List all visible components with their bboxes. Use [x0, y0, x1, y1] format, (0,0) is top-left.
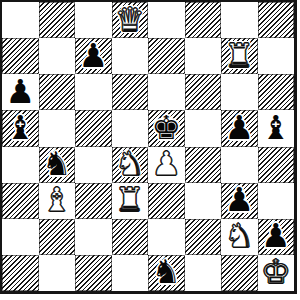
square-f8	[185, 2, 222, 38]
black-pawn-h2: ♟	[261, 219, 291, 252]
black-pawn-c7: ♟	[78, 39, 108, 72]
square-b3: ♝	[39, 183, 76, 219]
square-c6	[75, 74, 112, 110]
square-b4: ♞	[39, 147, 76, 183]
square-b7	[39, 38, 76, 74]
square-e7	[148, 38, 185, 74]
square-g6	[221, 74, 258, 110]
square-c4	[75, 147, 112, 183]
white-king-h1: ♚	[261, 255, 291, 288]
chess-board: ♛♟♜♟♝♚♟♝♞♞♟♝♜♟♞♟♞♚	[0, 0, 297, 294]
square-g2: ♞	[221, 219, 258, 255]
square-b8	[39, 2, 76, 38]
square-g8	[221, 2, 258, 38]
square-c2	[75, 219, 112, 255]
square-a8	[2, 2, 39, 38]
square-a7	[2, 38, 39, 74]
square-b5	[39, 110, 76, 146]
square-a4	[2, 147, 39, 183]
square-d8: ♛	[112, 2, 149, 38]
square-c3	[75, 183, 112, 219]
square-e8	[148, 2, 185, 38]
square-d6	[112, 74, 149, 110]
square-g1	[221, 255, 258, 291]
square-e4: ♟	[148, 147, 185, 183]
square-d7	[112, 38, 149, 74]
white-rook-g7: ♜	[224, 39, 254, 72]
square-f3	[185, 183, 222, 219]
square-c5	[75, 110, 112, 146]
square-e3	[148, 183, 185, 219]
square-h6	[258, 74, 295, 110]
square-d2	[112, 219, 149, 255]
white-pawn-e4: ♟	[151, 147, 181, 180]
square-c7: ♟	[75, 38, 112, 74]
square-a6: ♟	[2, 74, 39, 110]
black-pawn-g5: ♟	[224, 111, 254, 144]
square-h5: ♝	[258, 110, 295, 146]
square-f6	[185, 74, 222, 110]
square-h3	[258, 183, 295, 219]
square-h2: ♟	[258, 219, 295, 255]
square-d5	[112, 110, 149, 146]
white-rook-d3: ♜	[115, 183, 145, 216]
square-h7	[258, 38, 295, 74]
square-f5	[185, 110, 222, 146]
square-b1	[39, 255, 76, 291]
square-g3: ♟	[221, 183, 258, 219]
square-e5: ♚	[148, 110, 185, 146]
square-a1	[2, 255, 39, 291]
white-bishop-b3: ♝	[42, 183, 72, 216]
black-bishop-a5: ♝	[5, 111, 35, 144]
square-f1	[185, 255, 222, 291]
square-e1: ♞	[148, 255, 185, 291]
square-b6	[39, 74, 76, 110]
square-f7	[185, 38, 222, 74]
square-g4	[221, 147, 258, 183]
square-d1	[112, 255, 149, 291]
square-h8	[258, 2, 295, 38]
square-g7: ♜	[221, 38, 258, 74]
square-f2	[185, 219, 222, 255]
square-c1	[75, 255, 112, 291]
black-knight-e1: ♞	[151, 255, 181, 288]
black-pawn-g3: ♟	[224, 183, 254, 216]
white-knight-g2: ♞	[224, 219, 254, 252]
white-queen-d8: ♛	[115, 3, 145, 36]
vintage-chess-diagram: ♛♟♜♟♝♚♟♝♞♞♟♝♜♟♞♟♞♚	[0, 0, 300, 300]
square-e6	[148, 74, 185, 110]
black-knight-b4: ♞	[42, 147, 72, 180]
square-g5: ♟	[221, 110, 258, 146]
black-bishop-h5: ♝	[261, 111, 291, 144]
square-a2	[2, 219, 39, 255]
square-f4	[185, 147, 222, 183]
square-c8	[75, 2, 112, 38]
square-a3	[2, 183, 39, 219]
square-h4	[258, 147, 295, 183]
square-d4: ♞	[112, 147, 149, 183]
square-b2	[39, 219, 76, 255]
square-a5: ♝	[2, 110, 39, 146]
square-h1: ♚	[258, 255, 295, 291]
black-king-e5: ♚	[151, 111, 181, 144]
white-knight-d4: ♞	[115, 147, 145, 180]
square-d3: ♜	[112, 183, 149, 219]
square-e2	[148, 219, 185, 255]
black-pawn-a6: ♟	[5, 75, 35, 108]
